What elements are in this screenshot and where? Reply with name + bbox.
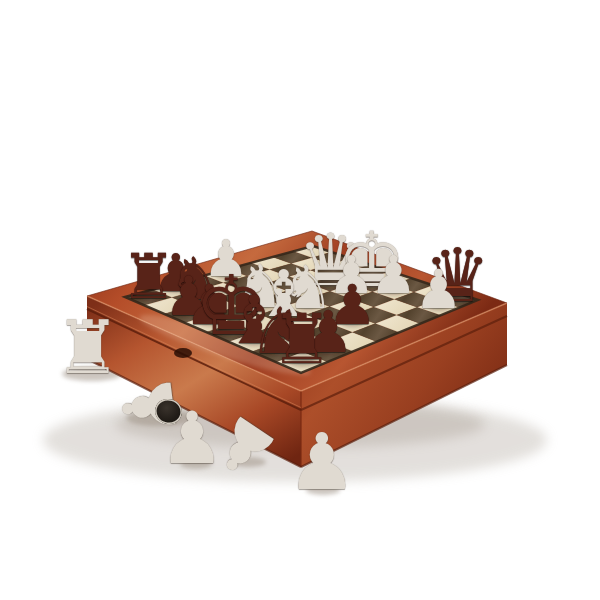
- floor-piece-white-pawn-standing-2[interactable]: ♟: [283, 423, 361, 501]
- floor-piece-white-rook-standing[interactable]: ♜: [51, 310, 125, 384]
- drawer-notch-handle: [174, 348, 192, 358]
- piece-white-pawn-h2[interactable]: ♟: [412, 263, 466, 317]
- piece-black-rook-h8[interactable]: ♜: [267, 305, 336, 374]
- chess-set-scene: ♟♛♚♟♟♟♜♞♛♞♞♟♟♝♟♟♚♝♟♞♜♜♟♟♟♟: [0, 0, 600, 600]
